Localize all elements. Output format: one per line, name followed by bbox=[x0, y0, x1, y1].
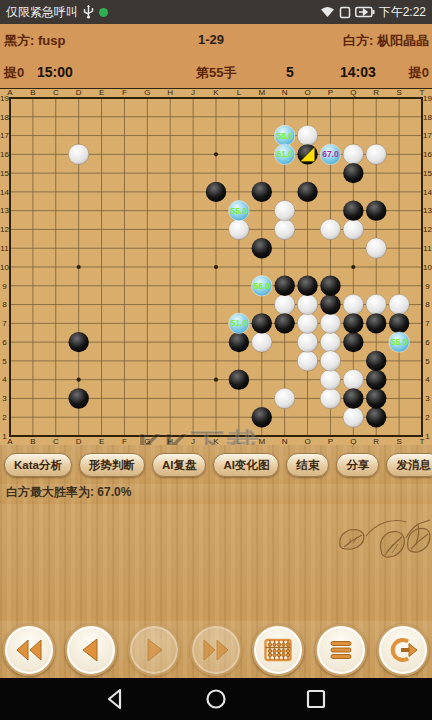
svg-text:8: 8 bbox=[2, 300, 7, 309]
svg-text:N: N bbox=[282, 89, 288, 97]
black-stone bbox=[343, 332, 363, 352]
svg-text:11: 11 bbox=[0, 244, 9, 253]
menu-bars-icon bbox=[326, 635, 356, 665]
black-stone bbox=[366, 351, 386, 371]
count-button[interactable] bbox=[252, 624, 304, 676]
svg-text:16: 16 bbox=[423, 150, 432, 159]
svg-text:12: 12 bbox=[423, 225, 432, 234]
svg-text:3: 3 bbox=[425, 394, 430, 403]
clocks-header: 提0 15:00 第55手 5 14:03 提0 bbox=[0, 56, 432, 88]
recents-square-icon bbox=[305, 688, 327, 710]
svg-text:12: 12 bbox=[0, 225, 9, 234]
black-player-label: 黑方: fusp bbox=[4, 32, 65, 50]
white-stone bbox=[366, 238, 386, 258]
watermark: KK下载www.kkx.net bbox=[137, 426, 262, 446]
svg-text:KK下载: KK下载 bbox=[137, 426, 262, 446]
svg-text:S: S bbox=[396, 89, 401, 97]
white-stone bbox=[320, 313, 340, 333]
black-stone bbox=[229, 332, 249, 352]
svg-text:K: K bbox=[213, 89, 219, 97]
triangle-right-icon bbox=[139, 635, 169, 665]
players-header: 黑方: fusp 1-29 白方: 枞阳晶晶 bbox=[0, 24, 432, 56]
black-stone bbox=[206, 182, 226, 202]
svg-text:14: 14 bbox=[0, 188, 9, 197]
clock-text: 下午2:22 bbox=[379, 4, 426, 21]
svg-text:18: 18 bbox=[0, 113, 9, 122]
svg-text:M: M bbox=[258, 89, 265, 97]
white-stone bbox=[320, 332, 340, 352]
svg-text:15: 15 bbox=[0, 169, 9, 178]
carrier-text: 仅限紧急呼叫 bbox=[6, 4, 78, 21]
android-nav-bar bbox=[0, 678, 432, 720]
home-circle-button[interactable] bbox=[205, 688, 227, 710]
svg-text:1: 1 bbox=[425, 432, 430, 441]
svg-text:13: 13 bbox=[0, 206, 9, 215]
svg-text:4: 4 bbox=[425, 375, 430, 384]
room-number: 1-29 bbox=[198, 32, 224, 47]
svg-text:R: R bbox=[373, 89, 379, 97]
share-button[interactable]: 分享 bbox=[336, 453, 379, 477]
white-stone bbox=[343, 219, 363, 239]
white-player-label: 白方: 枞阳晶晶 bbox=[343, 32, 429, 50]
black-stone bbox=[274, 313, 294, 333]
back-triangle-icon bbox=[105, 688, 127, 710]
step-forward-button[interactable] bbox=[128, 624, 180, 676]
black-captures: 提0 bbox=[4, 64, 24, 82]
ai-variation-button[interactable]: AI变化图 bbox=[213, 453, 279, 477]
black-stone bbox=[274, 276, 294, 296]
winrate-text: 白方最大胜率为: 67.0% bbox=[0, 484, 432, 504]
white-stone bbox=[274, 294, 294, 314]
svg-text:Q: Q bbox=[350, 89, 356, 97]
svg-text:10: 10 bbox=[423, 263, 432, 272]
abacus-icon bbox=[263, 635, 293, 665]
svg-text:G: G bbox=[144, 89, 150, 97]
step-back-button[interactable] bbox=[65, 624, 117, 676]
white-stone bbox=[274, 200, 294, 220]
svg-text:17: 17 bbox=[423, 131, 432, 140]
svg-text:10: 10 bbox=[0, 263, 9, 272]
svg-text:7: 7 bbox=[425, 319, 430, 328]
svg-text:11: 11 bbox=[423, 244, 432, 253]
svg-text:5: 5 bbox=[425, 357, 430, 366]
ai-marker-label: 55.0 bbox=[391, 337, 408, 347]
white-clock: 14:03 bbox=[340, 64, 376, 80]
triangle-left-icon bbox=[76, 635, 106, 665]
white-stone bbox=[366, 294, 386, 314]
black-stone bbox=[389, 313, 409, 333]
wifi-icon bbox=[320, 6, 335, 18]
double-triangle-left-icon bbox=[14, 635, 44, 665]
black-stone bbox=[366, 313, 386, 333]
sim-icon bbox=[339, 6, 351, 19]
svg-text:H: H bbox=[167, 89, 173, 97]
white-stone bbox=[229, 219, 249, 239]
black-stone bbox=[297, 276, 317, 296]
svg-text:2: 2 bbox=[425, 413, 430, 422]
loop-arrow-icon bbox=[388, 635, 418, 665]
svg-text:4: 4 bbox=[2, 375, 7, 384]
svg-text:19: 19 bbox=[0, 94, 9, 103]
analysis-toolbar: Kata分析形势判断AI复盘AI变化图结束分享发消息 bbox=[0, 445, 432, 485]
playback-controls bbox=[0, 621, 432, 678]
black-stone bbox=[366, 388, 386, 408]
send-message-button[interactable]: 发消息 bbox=[386, 453, 432, 477]
ai-marker-label: 55.0 bbox=[231, 206, 248, 216]
usb-icon bbox=[83, 5, 94, 19]
wood-background bbox=[0, 504, 432, 621]
black-stone bbox=[343, 163, 363, 183]
white-stone bbox=[389, 294, 409, 314]
white-stone bbox=[320, 388, 340, 408]
ai-review-button[interactable]: AI复盘 bbox=[152, 453, 207, 477]
ai-marker-label: 51.0 bbox=[231, 318, 248, 328]
svg-text:2: 2 bbox=[2, 413, 7, 422]
black-stone bbox=[252, 313, 272, 333]
black-stone bbox=[320, 294, 340, 314]
svg-text:F: F bbox=[122, 89, 127, 97]
black-clock: 15:00 bbox=[37, 64, 73, 80]
white-stone bbox=[320, 351, 340, 371]
svg-text:8: 8 bbox=[425, 300, 430, 309]
svg-text:19: 19 bbox=[423, 94, 432, 103]
notification-dot-icon bbox=[99, 8, 108, 17]
go-board[interactable]: AABBCCDDEEFFGGHHJJKKLLMMNNOOPPQQRRSSTT19… bbox=[0, 88, 432, 446]
white-stone bbox=[320, 369, 340, 389]
svg-text:9: 9 bbox=[425, 282, 430, 291]
black-stone bbox=[68, 332, 88, 352]
kata-analysis-button[interactable]: Kata分析 bbox=[4, 453, 72, 477]
svg-text:5: 5 bbox=[2, 357, 7, 366]
black-stone bbox=[343, 388, 363, 408]
svg-text:18: 18 bbox=[423, 113, 432, 122]
status-bar: 仅限紧急呼叫 下午2:22 bbox=[0, 0, 432, 24]
white-stone bbox=[343, 294, 363, 314]
black-stone bbox=[366, 407, 386, 427]
byoyomi-countdown: 5 bbox=[286, 64, 294, 80]
svg-text:15: 15 bbox=[423, 169, 432, 178]
ai-marker-label: 61.0 bbox=[276, 149, 293, 159]
white-stone bbox=[297, 294, 317, 314]
white-stone bbox=[297, 332, 317, 352]
fast-forward-button[interactable] bbox=[190, 624, 242, 676]
ai-marker-label: 67.0 bbox=[322, 149, 339, 159]
svg-text:16: 16 bbox=[0, 150, 9, 159]
recents-square-button[interactable] bbox=[305, 688, 327, 710]
svg-text:B: B bbox=[30, 89, 35, 97]
svg-text:6: 6 bbox=[425, 338, 430, 347]
white-stone bbox=[343, 369, 363, 389]
black-stone bbox=[297, 182, 317, 202]
white-stone bbox=[366, 144, 386, 164]
black-stone bbox=[252, 238, 272, 258]
black-stone bbox=[343, 313, 363, 333]
svg-text:17: 17 bbox=[0, 131, 9, 140]
battery-charging-icon bbox=[355, 6, 375, 18]
ai-marker-label: 58.0 bbox=[276, 131, 293, 141]
white-stone bbox=[297, 351, 317, 371]
white-stone bbox=[252, 332, 272, 352]
white-captures: 提0 bbox=[409, 64, 429, 82]
svg-text:L: L bbox=[237, 89, 242, 97]
svg-text:14: 14 bbox=[423, 188, 432, 197]
black-stone bbox=[229, 369, 249, 389]
svg-text:P: P bbox=[328, 89, 333, 97]
black-stone bbox=[366, 369, 386, 389]
svg-text:E: E bbox=[99, 89, 104, 97]
svg-text:J: J bbox=[191, 89, 195, 97]
end-game-button[interactable]: 结束 bbox=[286, 453, 329, 477]
back-triangle-button[interactable] bbox=[105, 688, 127, 710]
svg-text:3: 3 bbox=[2, 394, 7, 403]
white-stone bbox=[343, 144, 363, 164]
fast-rewind-button[interactable] bbox=[3, 624, 55, 676]
white-stone bbox=[297, 125, 317, 145]
black-stone bbox=[366, 200, 386, 220]
move-number-label: 第55手 bbox=[196, 64, 236, 82]
white-stone bbox=[274, 219, 294, 239]
svg-text:C: C bbox=[53, 89, 59, 97]
double-triangle-right-icon bbox=[201, 635, 231, 665]
svg-text:6: 6 bbox=[2, 338, 7, 347]
white-stone bbox=[68, 144, 88, 164]
svg-text:13: 13 bbox=[423, 206, 432, 215]
black-stone bbox=[252, 182, 272, 202]
ai-marker-label: 56.0 bbox=[254, 281, 271, 291]
black-stone bbox=[252, 407, 272, 427]
white-stone bbox=[343, 407, 363, 427]
black-stone bbox=[343, 200, 363, 220]
menu-button[interactable] bbox=[315, 624, 367, 676]
svg-text:O: O bbox=[304, 89, 310, 97]
white-stone bbox=[297, 313, 317, 333]
white-stone bbox=[274, 388, 294, 408]
leaf-decoration-icon bbox=[322, 514, 432, 584]
svg-text:9: 9 bbox=[2, 282, 7, 291]
home-circle-icon bbox=[205, 688, 227, 710]
black-stone bbox=[320, 276, 340, 296]
white-stone bbox=[320, 219, 340, 239]
svg-text:D: D bbox=[76, 89, 82, 97]
svg-text:7: 7 bbox=[2, 319, 7, 328]
situation-judgement-button[interactable]: 形势判断 bbox=[79, 453, 145, 477]
svg-text:1: 1 bbox=[2, 432, 7, 441]
black-stone bbox=[68, 388, 88, 408]
pass-button[interactable] bbox=[377, 624, 429, 676]
